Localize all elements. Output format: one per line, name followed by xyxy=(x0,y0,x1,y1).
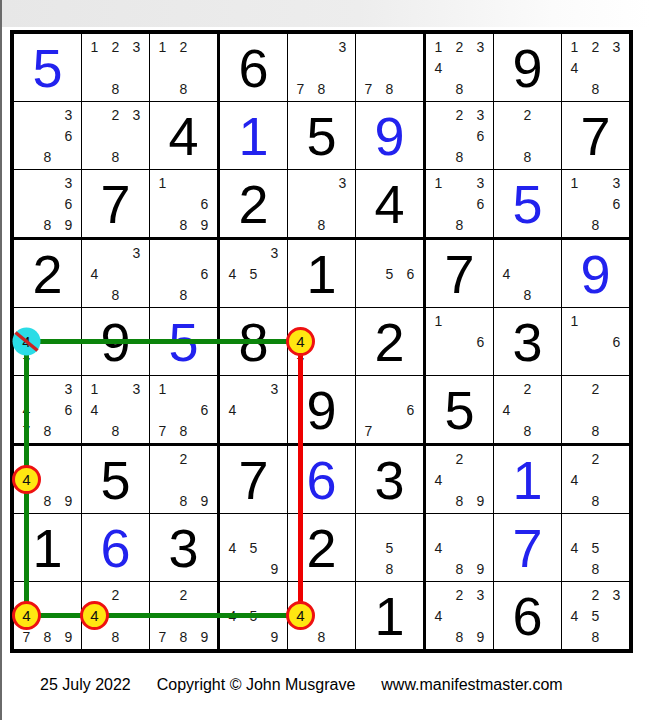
pencil-mark: 8 xyxy=(173,214,194,235)
cell-r8c3: 3 xyxy=(150,514,220,582)
pencil-mark: 8 xyxy=(585,558,606,579)
big-digit: 2 xyxy=(288,514,355,581)
pencil-mark: 8 xyxy=(517,284,538,305)
cell-r6c2: 1348 xyxy=(82,376,150,446)
pencil-mark: 4 xyxy=(222,605,243,626)
pencil-mark: 2 xyxy=(105,36,126,57)
big-digit: 3 xyxy=(150,514,217,581)
pencil-marks: 78 xyxy=(358,36,421,99)
pencil-marks: 289 xyxy=(152,448,215,511)
pencil-marks: 248 xyxy=(564,448,627,511)
pencil-marks: 378 xyxy=(290,36,353,99)
pencil-marks: 458 xyxy=(564,516,627,579)
cell-r6c9: 28 xyxy=(562,376,629,446)
cell-r3c3: 1689 xyxy=(150,170,220,240)
big-digit: 2 xyxy=(220,170,287,237)
cell-r3c6: 4 xyxy=(356,170,426,240)
pencil-mark: 2 xyxy=(517,104,538,125)
pencil-marks: 1368 xyxy=(428,172,491,235)
pencil-mark: 8 xyxy=(585,78,606,99)
pencil-marks: 345 xyxy=(222,242,285,305)
pencil-marks: 58 xyxy=(358,516,421,579)
pencil-mark: 4 xyxy=(564,605,585,626)
cell-r2c7: 2368 xyxy=(426,102,494,170)
cell-r8c5: 2 xyxy=(288,514,356,582)
pencil-mark: 4 xyxy=(496,399,517,420)
board-row-5: 4795847216316 xyxy=(14,308,629,376)
big-digit: 2 xyxy=(356,308,423,375)
board-row-8: 1634592584897458 xyxy=(14,514,629,582)
pencil-mark: 8 xyxy=(173,78,194,99)
pencil-mark: 3 xyxy=(606,584,627,605)
pencil-mark: 4 xyxy=(564,469,585,490)
pencil-mark: 6 xyxy=(400,399,421,420)
pencil-mark: 6 xyxy=(470,193,491,214)
big-digit: 5 xyxy=(14,34,81,101)
pencil-mark: 6 xyxy=(58,125,79,146)
cell-r1c2: 1238 xyxy=(82,34,150,102)
pencil-marks: 28 xyxy=(496,104,559,167)
pencil-mark: 6 xyxy=(470,125,491,146)
cell-r5c8: 3 xyxy=(494,308,562,376)
cell-r3c9: 1368 xyxy=(562,170,629,240)
cell-r9c3: 2789 xyxy=(150,582,220,649)
pencil-mark: 6 xyxy=(470,331,491,352)
pencil-mark: 8 xyxy=(449,146,470,167)
cell-r6c7: 5 xyxy=(426,376,494,446)
board-row-3: 3689716892384136851368 xyxy=(14,170,629,240)
pencil-marks: 3689 xyxy=(16,172,79,235)
big-digit: 2 xyxy=(14,240,81,307)
pencil-mark: 1 xyxy=(564,172,585,193)
pencil-mark: 5 xyxy=(379,537,400,558)
pencil-marks: 2789 xyxy=(152,584,215,647)
pencil-mark: 8 xyxy=(449,626,470,647)
pencil-marks: 12348 xyxy=(564,36,627,99)
big-digit: 5 xyxy=(150,308,217,375)
pencil-mark: 8 xyxy=(105,420,126,441)
pencil-mark: 7 xyxy=(358,78,379,99)
pencil-mark: 1 xyxy=(84,36,105,57)
big-digit: 1 xyxy=(288,240,355,307)
pencil-mark: 6 xyxy=(58,193,79,214)
pencil-mark: 4 xyxy=(222,263,243,284)
pencil-mark: 3 xyxy=(126,104,147,125)
pencil-mark: 2 xyxy=(173,36,194,57)
pencil-marks: 56 xyxy=(358,242,421,305)
pencil-mark: 6 xyxy=(606,331,627,352)
pencil-mark: 5 xyxy=(243,605,264,626)
pencil-mark: 2 xyxy=(585,448,606,469)
pencil-mark: 7 xyxy=(16,626,37,647)
pencil-mark: 6 xyxy=(194,193,215,214)
cell-r7c9: 248 xyxy=(562,446,629,514)
pencil-mark: 7 xyxy=(358,420,379,441)
pencil-mark: 6 xyxy=(194,399,215,420)
pencil-mark: 8 xyxy=(449,490,470,511)
pencil-mark: 9 xyxy=(264,558,285,579)
pencil-mark: 5 xyxy=(243,537,264,558)
pencil-mark: 4 xyxy=(16,331,37,352)
pencil-marks: 28 xyxy=(564,378,627,441)
pencil-marks: 16 xyxy=(428,310,491,373)
big-digit: 7 xyxy=(82,170,149,237)
pencil-mark: 7 xyxy=(16,420,37,441)
pencil-mark: 8 xyxy=(37,490,58,511)
pencil-mark: 1 xyxy=(428,36,449,57)
pencil-marks: 1368 xyxy=(564,172,627,235)
cell-r7c7: 2489 xyxy=(426,446,494,514)
pencil-mark: 4 xyxy=(16,399,37,420)
cell-r7c3: 289 xyxy=(150,446,220,514)
big-digit: 6 xyxy=(220,34,287,101)
big-digit: 1 xyxy=(14,514,81,581)
window-top-bar xyxy=(2,0,650,27)
big-digit: 6 xyxy=(288,446,355,513)
pencil-mark: 2 xyxy=(173,448,194,469)
pencil-mark: 2 xyxy=(449,584,470,605)
pencil-marks: 2368 xyxy=(428,104,491,167)
cell-r8c4: 459 xyxy=(220,514,288,582)
big-digit: 7 xyxy=(426,240,493,307)
cell-r7c4: 7 xyxy=(220,446,288,514)
cell-r9c2: 248 xyxy=(82,582,150,649)
pencil-mark: 8 xyxy=(311,214,332,235)
pencil-mark: 8 xyxy=(517,146,538,167)
pencil-mark: 8 xyxy=(585,626,606,647)
cell-r2c8: 28 xyxy=(494,102,562,170)
pencil-mark: 6 xyxy=(194,263,215,284)
pencil-mark: 8 xyxy=(37,214,58,235)
cell-r3c8: 5 xyxy=(494,170,562,240)
pencil-mark: 1 xyxy=(152,172,173,193)
big-digit: 6 xyxy=(494,582,561,649)
pencil-mark: 9 xyxy=(58,214,79,235)
big-digit: 7 xyxy=(494,514,561,581)
cell-r2c3: 4 xyxy=(150,102,220,170)
pencil-mark: 8 xyxy=(449,78,470,99)
cell-r9c7: 23489 xyxy=(426,582,494,649)
cell-r2c5: 5 xyxy=(288,102,356,170)
cell-r9c8: 6 xyxy=(494,582,562,649)
caption-date: 25 July 2022 xyxy=(40,676,131,694)
pencil-mark: 4 xyxy=(222,537,243,558)
cell-r1c8: 9 xyxy=(494,34,562,102)
pencil-marks: 238 xyxy=(84,104,147,167)
cell-r7c6: 3 xyxy=(356,446,426,514)
pencil-mark: 4 xyxy=(496,263,517,284)
pencil-marks: 23458 xyxy=(564,584,627,647)
cell-r9c4: 459 xyxy=(220,582,288,649)
pencil-marks: 1238 xyxy=(84,36,147,99)
pencil-marks: 248 xyxy=(496,378,559,441)
pencil-mark: 4 xyxy=(290,605,311,626)
pencil-mark: 3 xyxy=(58,104,79,125)
pencil-mark: 8 xyxy=(37,146,58,167)
big-digit: 5 xyxy=(288,102,355,169)
pencil-mark: 8 xyxy=(379,78,400,99)
board-row-7: 489528976324891248 xyxy=(14,446,629,514)
pencil-mark: 9 xyxy=(194,626,215,647)
pencil-mark: 3 xyxy=(606,172,627,193)
cell-r2c6: 9 xyxy=(356,102,426,170)
pencil-mark: 3 xyxy=(58,172,79,193)
pencil-mark: 9 xyxy=(470,626,491,647)
cell-r5c6: 2 xyxy=(356,308,426,376)
pencil-mark: 4 xyxy=(290,331,311,352)
cell-r5c5: 47 xyxy=(288,308,356,376)
pencil-marks: 348 xyxy=(84,242,147,305)
big-digit: 4 xyxy=(150,102,217,169)
pencil-mark: 3 xyxy=(332,172,353,193)
cell-r8c7: 489 xyxy=(426,514,494,582)
pencil-mark: 4 xyxy=(84,263,105,284)
cell-r9c5: 48 xyxy=(288,582,356,649)
pencil-mark: 8 xyxy=(517,420,538,441)
big-digit: 9 xyxy=(356,102,423,169)
pencil-mark: 4 xyxy=(84,399,105,420)
big-digit: 5 xyxy=(494,170,561,237)
cell-r6c3: 1678 xyxy=(150,376,220,446)
pencil-mark: 6 xyxy=(58,399,79,420)
pencil-mark: 8 xyxy=(173,420,194,441)
cell-r9c1: 4789 xyxy=(14,582,82,649)
cell-r8c2: 6 xyxy=(82,514,150,582)
window-left-edge xyxy=(0,0,2,720)
pencil-mark: 9 xyxy=(58,490,79,511)
cell-r4c3: 68 xyxy=(150,240,220,308)
cell-r9c6: 1 xyxy=(356,582,426,649)
pencil-mark: 2 xyxy=(517,378,538,399)
cell-r5c9: 16 xyxy=(562,308,629,376)
cell-r4c5: 1 xyxy=(288,240,356,308)
pencil-mark: 8 xyxy=(449,558,470,579)
big-digit: 1 xyxy=(356,582,423,649)
pencil-marks: 68 xyxy=(152,242,215,305)
cell-r7c5: 6 xyxy=(288,446,356,514)
cell-r4c2: 348 xyxy=(82,240,150,308)
pencil-mark: 1 xyxy=(428,310,449,331)
pencil-mark: 8 xyxy=(173,284,194,305)
cell-r5c4: 8 xyxy=(220,308,288,376)
pencil-mark: 3 xyxy=(264,378,285,399)
big-digit: 1 xyxy=(220,102,287,169)
big-digit: 1 xyxy=(494,446,561,513)
cell-r9c9: 23458 xyxy=(562,582,629,649)
pencil-marks: 489 xyxy=(428,516,491,579)
pencil-mark: 5 xyxy=(379,263,400,284)
pencil-marks: 1348 xyxy=(84,378,147,441)
pencil-mark: 8 xyxy=(173,626,194,647)
big-digit: 9 xyxy=(82,308,149,375)
pencil-mark: 4 xyxy=(16,605,37,626)
cell-r8c1: 1 xyxy=(14,514,82,582)
cell-r3c1: 3689 xyxy=(14,170,82,240)
pencil-mark: 8 xyxy=(585,214,606,235)
cell-r2c4: 1 xyxy=(220,102,288,170)
big-digit: 3 xyxy=(356,446,423,513)
pencil-mark: 2 xyxy=(449,36,470,57)
pencil-mark: 3 xyxy=(470,172,491,193)
pencil-marks: 47 xyxy=(16,310,79,373)
cell-r1c5: 378 xyxy=(288,34,356,102)
cell-r8c9: 458 xyxy=(562,514,629,582)
cell-r5c2: 9 xyxy=(82,308,150,376)
big-digit: 8 xyxy=(220,308,287,375)
pencil-mark: 4 xyxy=(222,399,243,420)
big-digit: 5 xyxy=(82,446,149,513)
pencil-mark: 1 xyxy=(564,310,585,331)
caption-website: www.manifestmaster.com xyxy=(381,676,562,694)
pencil-mark: 8 xyxy=(105,146,126,167)
pencil-mark: 9 xyxy=(58,626,79,647)
pencil-marks: 368 xyxy=(16,104,79,167)
pencil-mark: 2 xyxy=(585,378,606,399)
board-row-4: 2348683451567489 xyxy=(14,240,629,308)
cell-r1c6: 78 xyxy=(356,34,426,102)
pencil-mark: 3 xyxy=(470,584,491,605)
board-row-6: 346781348167834967524828 xyxy=(14,376,629,446)
pencil-marks: 67 xyxy=(358,378,421,441)
pencil-marks: 48 xyxy=(496,242,559,305)
pencil-marks: 12348 xyxy=(428,36,491,99)
pencil-mark: 2 xyxy=(449,448,470,469)
cell-r2c2: 238 xyxy=(82,102,150,170)
pencil-marks: 47 xyxy=(290,310,353,373)
pencil-mark: 9 xyxy=(470,558,491,579)
pencil-mark: 1 xyxy=(84,378,105,399)
pencil-mark: 6 xyxy=(606,193,627,214)
board-row-2: 36823841592368287 xyxy=(14,102,629,170)
pencil-mark: 4 xyxy=(428,57,449,78)
pencil-mark: 8 xyxy=(585,490,606,511)
pencil-marks: 489 xyxy=(16,448,79,511)
pencil-mark: 9 xyxy=(264,626,285,647)
pencil-mark: 8 xyxy=(105,284,126,305)
big-digit: 4 xyxy=(356,170,423,237)
big-digit: 7 xyxy=(220,446,287,513)
cell-r5c1: 47 xyxy=(14,308,82,376)
cell-r1c1: 5 xyxy=(14,34,82,102)
sudoku-board: 5123812863787812348912348368238415923682… xyxy=(10,30,633,653)
cell-r5c7: 16 xyxy=(426,308,494,376)
pencil-mark: 8 xyxy=(37,420,58,441)
big-digit: 9 xyxy=(494,34,561,101)
cell-r5c3: 5 xyxy=(150,308,220,376)
pencil-mark: 4 xyxy=(564,57,585,78)
cell-r3c7: 1368 xyxy=(426,170,494,240)
pencil-mark: 9 xyxy=(194,214,215,235)
pencil-mark: 8 xyxy=(105,78,126,99)
pencil-mark: 3 xyxy=(126,378,147,399)
pencil-mark: 2 xyxy=(105,584,126,605)
pencil-mark: 3 xyxy=(126,242,147,263)
pencil-mark: 8 xyxy=(311,78,332,99)
pencil-mark: 1 xyxy=(564,36,585,57)
cell-r4c4: 345 xyxy=(220,240,288,308)
pencil-mark: 1 xyxy=(152,36,173,57)
board-row-9: 4789248278945948123489623458 xyxy=(14,582,629,649)
pencil-mark: 3 xyxy=(126,36,147,57)
pencil-mark: 7 xyxy=(290,352,311,373)
pencil-marks: 1678 xyxy=(152,378,215,441)
caption-copyright: Copyright © John Musgrave xyxy=(157,676,356,694)
cell-r4c7: 7 xyxy=(426,240,494,308)
pencil-mark: 8 xyxy=(449,214,470,235)
pencil-mark: 8 xyxy=(173,490,194,511)
cell-r6c5: 9 xyxy=(288,376,356,446)
caption: 25 July 2022 Copyright © John Musgrave w… xyxy=(40,676,563,694)
pencil-marks: 34678 xyxy=(16,378,79,441)
big-digit: 6 xyxy=(82,514,149,581)
cell-r4c9: 9 xyxy=(562,240,629,308)
pencil-mark: 8 xyxy=(311,626,332,647)
pencil-mark: 8 xyxy=(379,558,400,579)
pencil-mark: 2 xyxy=(105,104,126,125)
cell-r3c5: 38 xyxy=(288,170,356,240)
pencil-mark: 4 xyxy=(564,537,585,558)
pencil-mark: 3 xyxy=(58,378,79,399)
pencil-mark: 7 xyxy=(16,352,37,373)
pencil-marks: 248 xyxy=(84,584,147,647)
pencil-marks: 1689 xyxy=(152,172,215,235)
pencil-marks: 16 xyxy=(564,310,627,373)
pencil-marks: 459 xyxy=(222,584,285,647)
pencil-marks: 38 xyxy=(290,172,353,235)
pencil-mark: 8 xyxy=(585,420,606,441)
cell-r8c8: 7 xyxy=(494,514,562,582)
big-digit: 7 xyxy=(562,102,629,169)
cell-r3c2: 7 xyxy=(82,170,150,240)
pencil-mark: 7 xyxy=(152,420,173,441)
pencil-mark: 3 xyxy=(332,36,353,57)
pencil-mark: 7 xyxy=(290,78,311,99)
cell-r8c6: 58 xyxy=(356,514,426,582)
cell-r1c7: 12348 xyxy=(426,34,494,102)
pencil-mark: 8 xyxy=(37,626,58,647)
pencil-mark: 4 xyxy=(84,605,105,626)
pencil-mark: 7 xyxy=(152,626,173,647)
big-digit: 9 xyxy=(288,376,355,443)
cell-r7c8: 1 xyxy=(494,446,562,514)
pencil-mark: 1 xyxy=(428,172,449,193)
cell-r1c3: 128 xyxy=(150,34,220,102)
pencil-mark: 2 xyxy=(585,584,606,605)
cell-r6c4: 34 xyxy=(220,376,288,446)
cell-r2c9: 7 xyxy=(562,102,629,170)
pencil-mark: 6 xyxy=(400,263,421,284)
cell-r7c2: 5 xyxy=(82,446,150,514)
pencil-mark: 4 xyxy=(428,605,449,626)
pencil-mark: 5 xyxy=(585,537,606,558)
pencil-mark: 3 xyxy=(470,104,491,125)
pencil-mark: 8 xyxy=(105,626,126,647)
cell-r4c6: 56 xyxy=(356,240,426,308)
cell-r6c1: 34678 xyxy=(14,376,82,446)
cell-r7c1: 489 xyxy=(14,446,82,514)
pencil-marks: 2489 xyxy=(428,448,491,511)
pencil-mark: 5 xyxy=(585,605,606,626)
pencil-mark: 5 xyxy=(243,263,264,284)
pencil-mark: 9 xyxy=(194,490,215,511)
pencil-marks: 4789 xyxy=(16,584,79,647)
pencil-mark: 3 xyxy=(606,36,627,57)
pencil-mark: 4 xyxy=(428,469,449,490)
pencil-mark: 2 xyxy=(585,36,606,57)
pencil-mark: 4 xyxy=(428,537,449,558)
cell-r1c4: 6 xyxy=(220,34,288,102)
board-row-1: 5123812863787812348912348 xyxy=(14,34,629,102)
